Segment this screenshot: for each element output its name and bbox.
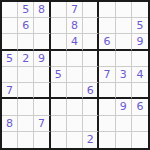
cell-r6c2[interactable] bbox=[18, 83, 34, 99]
cell-r9c5[interactable] bbox=[67, 132, 83, 148]
cell-r8c6[interactable] bbox=[83, 116, 99, 132]
cell-r9c2[interactable] bbox=[18, 132, 34, 148]
cell-r5c1[interactable] bbox=[2, 67, 18, 83]
sudoku-board: 58768546952957347696872 bbox=[0, 0, 150, 150]
cell-r4c3[interactable]: 9 bbox=[34, 51, 50, 67]
cell-r3c3[interactable] bbox=[34, 34, 50, 50]
cell-r5c2[interactable] bbox=[18, 67, 34, 83]
cell-r2c8[interactable] bbox=[116, 18, 132, 34]
cell-r7c5[interactable] bbox=[67, 99, 83, 115]
cell-r8c9[interactable] bbox=[132, 116, 148, 132]
cell-r6c3[interactable] bbox=[34, 83, 50, 99]
cell-r5c3[interactable] bbox=[34, 67, 50, 83]
cell-r4c4[interactable] bbox=[51, 51, 67, 67]
cell-r4c2[interactable]: 2 bbox=[18, 51, 34, 67]
cell-r6c4[interactable] bbox=[51, 83, 67, 99]
cell-r8c4[interactable] bbox=[51, 116, 67, 132]
cell-r6c8[interactable] bbox=[116, 83, 132, 99]
cell-r4c5[interactable] bbox=[67, 51, 83, 67]
cell-r1c8[interactable] bbox=[116, 2, 132, 18]
cell-r5c5[interactable] bbox=[67, 67, 83, 83]
cell-r7c1[interactable] bbox=[2, 99, 18, 115]
cell-r2c5[interactable]: 8 bbox=[67, 18, 83, 34]
cell-r5c4[interactable]: 5 bbox=[51, 67, 67, 83]
cell-r1c6[interactable] bbox=[83, 2, 99, 18]
cell-r6c9[interactable] bbox=[132, 83, 148, 99]
cell-r2c9[interactable]: 5 bbox=[132, 18, 148, 34]
cell-r9c1[interactable] bbox=[2, 132, 18, 148]
cell-r5c7[interactable]: 7 bbox=[99, 67, 115, 83]
cell-r3c6[interactable] bbox=[83, 34, 99, 50]
cell-r3c8[interactable] bbox=[116, 34, 132, 50]
cell-r7c9[interactable]: 6 bbox=[132, 99, 148, 115]
cell-r3c1[interactable] bbox=[2, 34, 18, 50]
cell-r5c9[interactable]: 4 bbox=[132, 67, 148, 83]
cell-r6c1[interactable]: 7 bbox=[2, 83, 18, 99]
cell-r5c6[interactable] bbox=[83, 67, 99, 83]
cell-r6c5[interactable] bbox=[67, 83, 83, 99]
cell-r6c7[interactable] bbox=[99, 83, 115, 99]
cell-r9c6[interactable]: 2 bbox=[83, 132, 99, 148]
cell-r1c2[interactable]: 5 bbox=[18, 2, 34, 18]
cell-r8c7[interactable] bbox=[99, 116, 115, 132]
cell-r1c4[interactable] bbox=[51, 2, 67, 18]
cell-r3c4[interactable] bbox=[51, 34, 67, 50]
cell-r2c2[interactable]: 6 bbox=[18, 18, 34, 34]
cell-r1c5[interactable]: 7 bbox=[67, 2, 83, 18]
cell-r2c6[interactable] bbox=[83, 18, 99, 34]
cell-r4c6[interactable] bbox=[83, 51, 99, 67]
cell-r8c1[interactable]: 8 bbox=[2, 116, 18, 132]
cell-r7c3[interactable] bbox=[34, 99, 50, 115]
cell-r9c7[interactable] bbox=[99, 132, 115, 148]
cell-r2c3[interactable] bbox=[34, 18, 50, 34]
cell-r4c1[interactable]: 5 bbox=[2, 51, 18, 67]
cell-r4c8[interactable] bbox=[116, 51, 132, 67]
cell-r9c3[interactable] bbox=[34, 132, 50, 148]
cell-r1c9[interactable] bbox=[132, 2, 148, 18]
cell-r8c3[interactable]: 7 bbox=[34, 116, 50, 132]
cell-r7c8[interactable]: 9 bbox=[116, 99, 132, 115]
cell-r3c9[interactable]: 9 bbox=[132, 34, 148, 50]
cell-r1c1[interactable] bbox=[2, 2, 18, 18]
cell-r7c7[interactable] bbox=[99, 99, 115, 115]
cell-r2c1[interactable] bbox=[2, 18, 18, 34]
cell-r4c9[interactable] bbox=[132, 51, 148, 67]
cell-r4c7[interactable] bbox=[99, 51, 115, 67]
cell-r7c4[interactable] bbox=[51, 99, 67, 115]
cell-r9c8[interactable] bbox=[116, 132, 132, 148]
cell-r7c6[interactable] bbox=[83, 99, 99, 115]
cell-r5c8[interactable]: 3 bbox=[116, 67, 132, 83]
cell-r8c5[interactable] bbox=[67, 116, 83, 132]
cell-r1c3[interactable]: 8 bbox=[34, 2, 50, 18]
cell-r3c7[interactable]: 6 bbox=[99, 34, 115, 50]
cell-r2c4[interactable] bbox=[51, 18, 67, 34]
cell-r3c5[interactable]: 4 bbox=[67, 34, 83, 50]
cell-r9c9[interactable] bbox=[132, 132, 148, 148]
cell-r8c2[interactable] bbox=[18, 116, 34, 132]
cell-r3c2[interactable] bbox=[18, 34, 34, 50]
cell-r6c6[interactable]: 6 bbox=[83, 83, 99, 99]
cell-r8c8[interactable] bbox=[116, 116, 132, 132]
cell-r2c7[interactable] bbox=[99, 18, 115, 34]
cell-r1c7[interactable] bbox=[99, 2, 115, 18]
cell-r7c2[interactable] bbox=[18, 99, 34, 115]
cell-r9c4[interactable] bbox=[51, 132, 67, 148]
